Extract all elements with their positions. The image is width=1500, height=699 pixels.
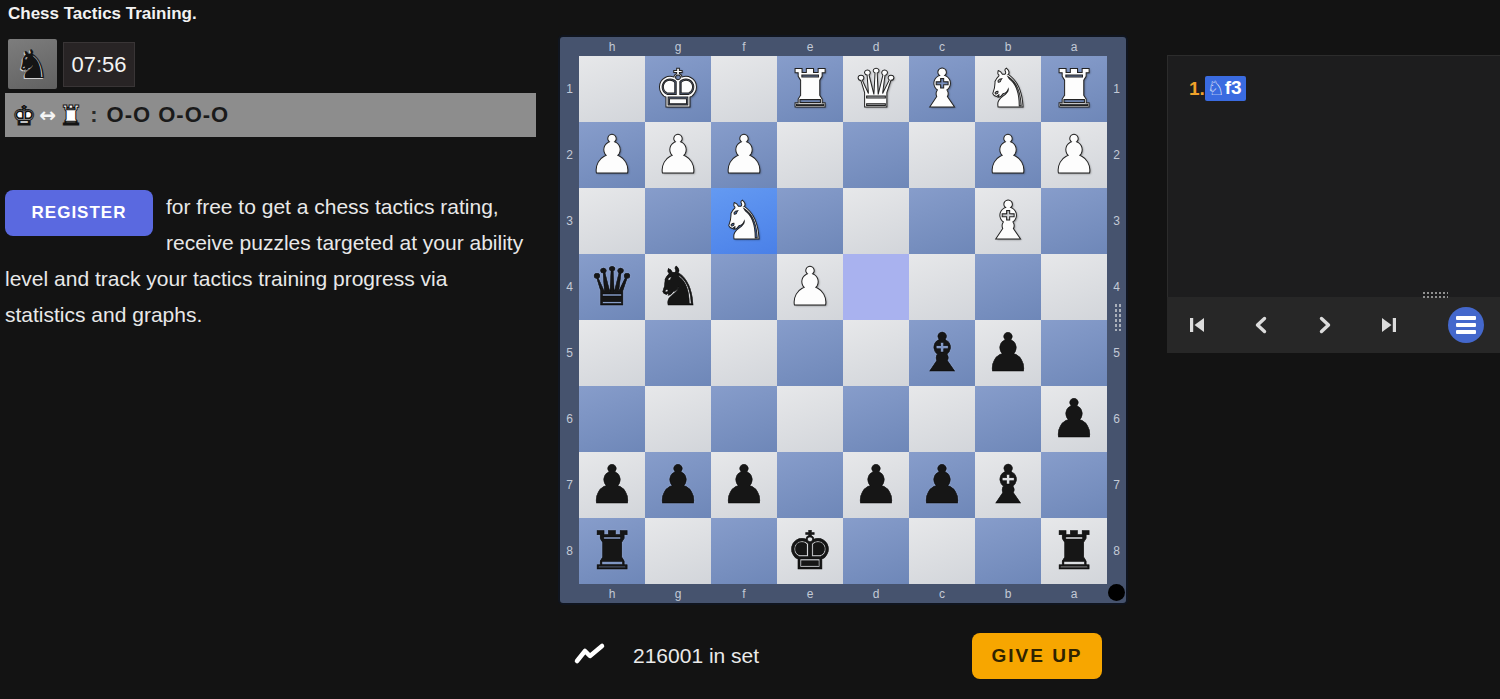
square-d8[interactable] xyxy=(843,518,909,584)
square-h4[interactable]: ♛ xyxy=(579,254,645,320)
rank-label-2-left: 2 xyxy=(560,122,579,188)
square-f6[interactable] xyxy=(711,386,777,452)
rank-label-8-right: 8 xyxy=(1107,518,1126,584)
move-list-panel: 1.♘f3 xyxy=(1167,55,1500,353)
square-f1[interactable] xyxy=(711,56,777,122)
square-d1[interactable]: ♛ xyxy=(843,56,909,122)
square-e6[interactable] xyxy=(777,386,843,452)
file-label-c-top: c xyxy=(909,37,975,56)
rank-label-3-right: 3 xyxy=(1107,188,1126,254)
white-king-g1[interactable]: ♚ xyxy=(654,56,702,122)
square-d6[interactable] xyxy=(843,386,909,452)
rank-label-2-right: 2 xyxy=(1107,122,1126,188)
black-pawn-b5[interactable]: ♟ xyxy=(984,320,1032,386)
square-h3[interactable] xyxy=(579,188,645,254)
square-b4[interactable] xyxy=(975,254,1041,320)
square-h6[interactable] xyxy=(579,386,645,452)
square-a3[interactable] xyxy=(1041,188,1107,254)
square-d7[interactable]: ♟ xyxy=(843,452,909,518)
rook-icon: ♜ xyxy=(59,102,83,129)
puzzle-clock: 07:56 xyxy=(63,42,135,87)
square-b2[interactable]: ♟ xyxy=(975,122,1041,188)
square-a5[interactable] xyxy=(1041,320,1107,386)
black-pawn-h7[interactable]: ♟ xyxy=(588,452,636,518)
white-pawn-h2[interactable]: ♟ xyxy=(588,122,636,188)
castling-separator: : xyxy=(90,102,97,128)
castling-rights-value: O-O O-O-O xyxy=(107,102,230,128)
square-f2[interactable]: ♟ xyxy=(711,122,777,188)
rank-label-6-right: 6 xyxy=(1107,386,1126,452)
file-label-d-bottom: d xyxy=(843,584,909,603)
white-queen-d1[interactable]: ♛ xyxy=(852,56,900,122)
square-b3[interactable]: ♝ xyxy=(975,188,1041,254)
square-d3[interactable] xyxy=(843,188,909,254)
square-h8[interactable]: ♜ xyxy=(579,518,645,584)
previous-move-button[interactable] xyxy=(1246,310,1276,340)
square-h5[interactable] xyxy=(579,320,645,386)
square-f4[interactable] xyxy=(711,254,777,320)
white-rook-e1[interactable]: ♜ xyxy=(786,56,834,122)
move-number: 1. xyxy=(1189,78,1205,100)
black-to-move-indicator xyxy=(1108,584,1125,601)
file-label-c-bottom: c xyxy=(909,584,975,603)
square-a4[interactable] xyxy=(1041,254,1107,320)
white-bishop-c1[interactable]: ♝ xyxy=(918,56,966,122)
left-right-arrow-icon: ↔ xyxy=(39,105,56,125)
black-rook-h8[interactable]: ♜ xyxy=(588,518,636,584)
square-e4[interactable]: ♟ xyxy=(777,254,843,320)
square-f7[interactable]: ♟ xyxy=(711,452,777,518)
file-label-g-top: g xyxy=(645,37,711,56)
file-label-a-bottom: a xyxy=(1041,584,1107,603)
black-pawn-a6[interactable]: ♟ xyxy=(1050,386,1098,452)
square-e7[interactable] xyxy=(777,452,843,518)
board-resize-handle[interactable] xyxy=(1114,303,1122,331)
square-g7[interactable]: ♟ xyxy=(645,452,711,518)
square-c8[interactable] xyxy=(909,518,975,584)
rank-label-8-left: 8 xyxy=(560,518,579,584)
white-pawn-f2[interactable]: ♟ xyxy=(720,122,768,188)
chess-board[interactable]: hgfedcba1♚♜♛♝♞♜12♟♟♟♟♟23♞♝34♛♞♟45♝♟56♟67… xyxy=(560,37,1126,603)
square-e5[interactable] xyxy=(777,320,843,386)
square-e8[interactable]: ♚ xyxy=(777,518,843,584)
board-corner xyxy=(1107,37,1126,56)
square-c3[interactable] xyxy=(909,188,975,254)
square-e2[interactable] xyxy=(777,122,843,188)
square-a2[interactable]: ♟ xyxy=(1041,122,1107,188)
black-bishop-c5[interactable]: ♝ xyxy=(918,320,966,386)
square-g1[interactable]: ♚ xyxy=(645,56,711,122)
square-c6[interactable] xyxy=(909,386,975,452)
moves-menu-button[interactable] xyxy=(1448,307,1484,343)
square-e3[interactable] xyxy=(777,188,843,254)
white-knight-b1[interactable]: ♞ xyxy=(984,56,1032,122)
file-label-e-bottom: e xyxy=(777,584,843,603)
castling-rights-bar: ♚ ↔ ♜ : O-O O-O-O xyxy=(5,93,536,137)
give-up-button[interactable]: GIVE UP xyxy=(972,633,1102,679)
rank-label-7-right: 7 xyxy=(1107,452,1126,518)
rating-chart-icon xyxy=(573,642,607,670)
square-c2[interactable] xyxy=(909,122,975,188)
square-d5[interactable] xyxy=(843,320,909,386)
white-knight-f3[interactable]: ♞ xyxy=(720,188,768,254)
square-b5[interactable]: ♟ xyxy=(975,320,1041,386)
square-d2[interactable] xyxy=(843,122,909,188)
file-label-h-bottom: h xyxy=(579,584,645,603)
rank-label-5-left: 5 xyxy=(560,320,579,386)
board-corner xyxy=(560,584,579,603)
black-pawn-f7[interactable]: ♟ xyxy=(720,452,768,518)
square-g8[interactable] xyxy=(645,518,711,584)
register-button[interactable]: REGISTER xyxy=(5,190,153,236)
black-rook-a8[interactable]: ♜ xyxy=(1050,518,1098,584)
page-title: Chess Tactics Training. xyxy=(8,4,197,24)
first-move-button[interactable] xyxy=(1182,310,1212,340)
square-a8[interactable]: ♜ xyxy=(1041,518,1107,584)
square-g3[interactable] xyxy=(645,188,711,254)
board-corner xyxy=(560,37,579,56)
move-entry: 1.♘f3 xyxy=(1189,76,1500,101)
white-pawn-g2[interactable]: ♟ xyxy=(654,122,702,188)
square-f3[interactable]: ♞ xyxy=(711,188,777,254)
black-pawn-g7[interactable]: ♟ xyxy=(654,452,702,518)
square-b7[interactable]: ♝ xyxy=(975,452,1041,518)
move-san: f3 xyxy=(1225,77,1242,99)
move-navigation-bar xyxy=(1167,297,1500,353)
square-f8[interactable] xyxy=(711,518,777,584)
rank-label-1-left: 1 xyxy=(560,56,579,122)
black-bishop-b7[interactable]: ♝ xyxy=(984,452,1032,518)
file-label-g-bottom: g xyxy=(645,584,711,603)
square-a1[interactable]: ♜ xyxy=(1041,56,1107,122)
king-icon: ♚ xyxy=(12,102,36,129)
last-move-button[interactable] xyxy=(1374,310,1404,340)
black-pawn-c7[interactable]: ♟ xyxy=(918,452,966,518)
move-list: 1.♘f3 xyxy=(1167,55,1500,297)
black-knight-icon: ♞ xyxy=(15,44,51,84)
square-g4[interactable]: ♞ xyxy=(645,254,711,320)
square-h7[interactable]: ♟ xyxy=(579,452,645,518)
move-chip-nf3[interactable]: ♘f3 xyxy=(1205,76,1246,101)
rank-label-7-left: 7 xyxy=(560,452,579,518)
square-g2[interactable]: ♟ xyxy=(645,122,711,188)
square-c4[interactable] xyxy=(909,254,975,320)
square-d4[interactable] xyxy=(843,254,909,320)
square-h1[interactable] xyxy=(579,56,645,122)
square-a7[interactable] xyxy=(1041,452,1107,518)
file-label-e-top: e xyxy=(777,37,843,56)
black-pawn-d7[interactable]: ♟ xyxy=(852,452,900,518)
square-c5[interactable]: ♝ xyxy=(909,320,975,386)
side-to-move-tile: ♞ xyxy=(8,39,57,89)
rank-label-6-left: 6 xyxy=(560,386,579,452)
rank-label-4-left: 4 xyxy=(560,254,579,320)
puzzles-in-set-count: 216001 in set xyxy=(633,644,759,668)
square-c7[interactable]: ♟ xyxy=(909,452,975,518)
square-g6[interactable] xyxy=(645,386,711,452)
next-move-button[interactable] xyxy=(1310,310,1340,340)
square-b8[interactable] xyxy=(975,518,1041,584)
file-label-a-top: a xyxy=(1041,37,1107,56)
square-a6[interactable]: ♟ xyxy=(1041,386,1107,452)
square-b6[interactable] xyxy=(975,386,1041,452)
file-label-f-top: f xyxy=(711,37,777,56)
rank-label-3-left: 3 xyxy=(560,188,579,254)
square-g5[interactable] xyxy=(645,320,711,386)
square-h2[interactable]: ♟ xyxy=(579,122,645,188)
white-pawn-b2[interactable]: ♟ xyxy=(984,122,1032,188)
square-e1[interactable]: ♜ xyxy=(777,56,843,122)
file-label-b-top: b xyxy=(975,37,1041,56)
file-label-d-top: d xyxy=(843,37,909,56)
square-b1[interactable]: ♞ xyxy=(975,56,1041,122)
panel-resize-handle[interactable] xyxy=(1422,291,1448,300)
file-label-h-top: h xyxy=(579,37,645,56)
white-knight-icon: ♘ xyxy=(1207,78,1225,98)
square-f5[interactable] xyxy=(711,320,777,386)
square-c1[interactable]: ♝ xyxy=(909,56,975,122)
register-promo: REGISTERfor free to get a chess tactics … xyxy=(5,189,533,333)
black-queen-h4[interactable]: ♛ xyxy=(588,254,636,320)
black-king-e8[interactable]: ♚ xyxy=(786,518,834,584)
white-pawn-a2[interactable]: ♟ xyxy=(1050,122,1098,188)
white-bishop-b3[interactable]: ♝ xyxy=(984,188,1032,254)
rank-label-1-right: 1 xyxy=(1107,56,1126,122)
file-label-f-bottom: f xyxy=(711,584,777,603)
white-rook-a1[interactable]: ♜ xyxy=(1050,56,1098,122)
white-pawn-e4[interactable]: ♟ xyxy=(786,254,834,320)
file-label-b-bottom: b xyxy=(975,584,1041,603)
black-knight-g4[interactable]: ♞ xyxy=(654,254,702,320)
